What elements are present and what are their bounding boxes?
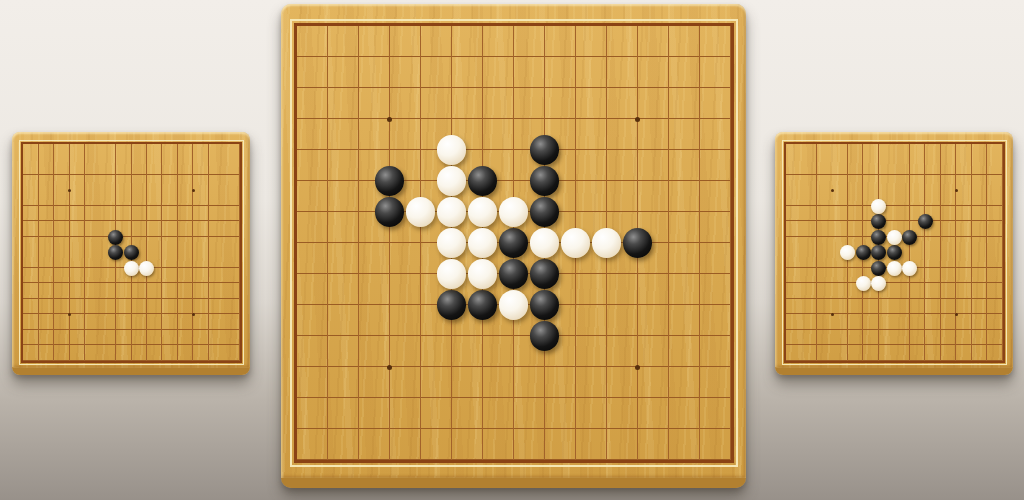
white-stone: [871, 276, 886, 291]
black-stone: [902, 230, 917, 245]
board-right-field: [784, 142, 1005, 363]
white-stone: [530, 228, 560, 258]
black-stone: [887, 245, 902, 260]
board-center-field: [294, 23, 734, 463]
white-stone: [499, 290, 529, 320]
board-right[interactable]: [775, 132, 1013, 375]
black-stone: [856, 245, 871, 260]
black-stone: [871, 245, 886, 260]
white-stone: [468, 259, 498, 289]
black-stone: [530, 135, 560, 165]
white-stone: [499, 197, 529, 227]
white-stone: [139, 261, 154, 276]
desktop-background: [0, 0, 1024, 500]
white-stone: [124, 261, 139, 276]
black-stone: [375, 166, 405, 196]
black-stone: [530, 197, 560, 227]
board-left[interactable]: [12, 132, 250, 375]
white-stone: [856, 276, 871, 291]
white-stone: [437, 197, 467, 227]
board-left-field: [21, 142, 242, 363]
white-stone: [468, 197, 498, 227]
white-stone: [437, 228, 467, 258]
black-stone: [108, 245, 123, 260]
white-stone: [468, 228, 498, 258]
black-stone: [871, 214, 886, 229]
white-stone: [561, 228, 591, 258]
white-stone: [592, 228, 622, 258]
board-center[interactable]: [281, 4, 746, 488]
black-stone: [437, 290, 467, 320]
white-stone: [887, 230, 902, 245]
stones-layer: [778, 136, 1011, 369]
black-stone: [124, 245, 139, 260]
stones-layer: [281, 11, 746, 476]
black-stone: [499, 228, 529, 258]
black-stone: [530, 290, 560, 320]
white-stone: [406, 197, 436, 227]
black-stone: [530, 259, 560, 289]
black-stone: [499, 259, 529, 289]
white-stone: [437, 166, 467, 196]
black-stone: [871, 261, 886, 276]
white-stone: [887, 261, 902, 276]
black-stone: [918, 214, 933, 229]
black-stone: [530, 166, 560, 196]
black-stone: [530, 321, 560, 351]
white-stone: [840, 245, 855, 260]
black-stone: [623, 228, 653, 258]
white-stone: [871, 199, 886, 214]
white-stone: [437, 135, 467, 165]
black-stone: [468, 290, 498, 320]
white-stone: [902, 261, 917, 276]
stones-layer: [15, 136, 248, 369]
black-stone: [871, 230, 886, 245]
black-stone: [108, 230, 123, 245]
black-stone: [375, 197, 405, 227]
black-stone: [468, 166, 498, 196]
white-stone: [437, 259, 467, 289]
